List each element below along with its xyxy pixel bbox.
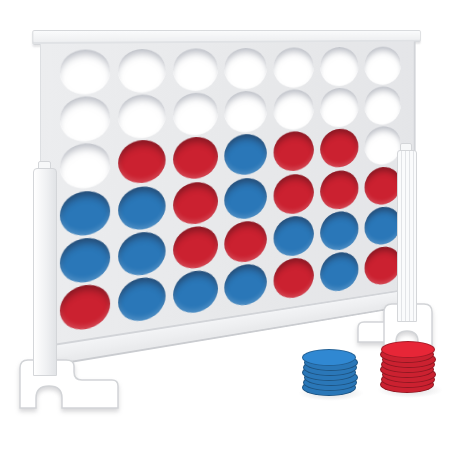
red-disc [364,245,400,287]
cell-r6c6 [317,249,361,296]
blue-disc [60,236,110,286]
red-disc [118,139,165,185]
empty-hole [60,142,110,189]
red-disc [320,128,358,169]
cell-r5c2 [114,228,169,280]
cell-r3c1 [56,140,114,191]
cell-r6c5 [270,254,317,303]
red-disc [364,165,400,206]
blue-disc [320,210,358,253]
cell-r6c4 [221,260,270,310]
empty-hole [274,89,314,130]
empty-hole [364,86,400,125]
cell-r4c2 [114,183,169,234]
cell-r6c3 [169,266,221,318]
cell-r1c4 [221,46,270,90]
cell-r4c4 [221,174,270,222]
red-disc [274,131,314,173]
right-post [397,150,417,322]
cell-r5c4 [221,217,270,266]
cell-r2c6 [317,86,361,129]
empty-hole [320,47,358,86]
blue-disc-stack [303,346,357,396]
cell-r2c2 [114,92,169,140]
red-disc [60,282,110,333]
cell-r2c4 [221,89,270,135]
blue-disc [60,189,110,238]
cell-r3c5 [270,129,317,174]
red-disc [173,136,218,181]
cell-r4c5 [270,171,317,218]
cell-r1c7 [361,45,403,86]
cell-r1c1 [56,47,114,95]
left-foot [14,352,126,414]
cell-r2c7 [361,84,403,126]
cell-r6c2 [114,273,169,327]
blue-disc [364,205,400,247]
empty-hole [364,126,400,166]
left-post [33,168,57,376]
cell-r3c6 [317,126,361,170]
empty-hole [60,96,110,142]
connect-four-photo [0,0,450,450]
red-disc [173,224,218,271]
blue-disc [225,262,267,308]
red-disc [320,169,358,211]
cell-r5c5 [270,212,317,260]
empty-hole [118,94,165,139]
empty-hole [225,47,267,88]
empty-hole [60,49,110,94]
cell-r5c6 [317,208,361,254]
red-disc [274,172,314,215]
cell-r1c6 [317,45,361,87]
empty-hole [118,48,165,92]
blue-disc [225,133,267,176]
cell-r5c1 [56,234,114,288]
cell-r1c2 [114,47,169,94]
empty-hole [173,48,218,90]
blue-disc [118,184,165,231]
cell-r2c3 [169,90,221,137]
cell-r3c2 [114,137,169,187]
empty-hole [364,46,400,84]
cell-r1c5 [270,46,317,89]
empty-hole [320,87,358,127]
blue-disc [173,268,218,316]
blue-disc [225,176,267,220]
red-disc [173,180,218,226]
blue-disc [320,250,358,294]
blue-disc [118,230,165,278]
cell-r2c1 [56,94,114,144]
empty-hole [173,92,218,136]
stack-disc [381,341,435,358]
red-disc-stack [381,337,435,393]
cell-r3c3 [169,134,221,182]
cell-r4c3 [169,178,221,227]
cell-r1c3 [169,46,221,92]
cell-r6c1 [56,280,114,335]
cell-r3c4 [221,132,270,179]
red-disc [274,256,314,301]
cell-r4c6 [317,167,361,212]
blue-disc [274,214,314,258]
red-disc [225,219,267,264]
cell-r4c1 [56,187,114,240]
cell-r2c5 [270,87,317,131]
empty-hole [225,90,267,132]
empty-hole [274,47,314,87]
blue-disc [118,275,165,324]
stack-disc [302,349,356,366]
cell-r5c3 [169,222,221,273]
